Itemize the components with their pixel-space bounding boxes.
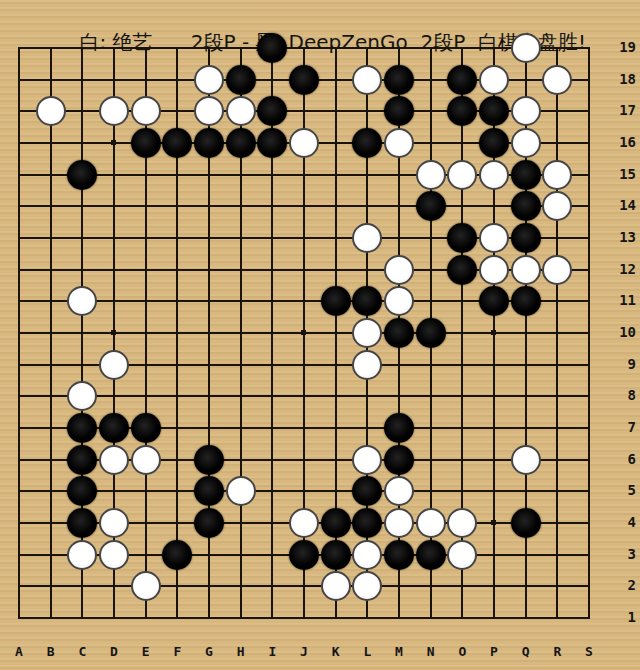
row-label-14: 14 bbox=[606, 197, 636, 213]
black-stone-P17 bbox=[479, 96, 509, 126]
black-stone-D7 bbox=[99, 413, 129, 443]
black-stone-G16 bbox=[194, 128, 224, 158]
white-stone-L18 bbox=[352, 65, 382, 95]
white-stone-L2 bbox=[352, 571, 382, 601]
row-label-2: 2 bbox=[606, 577, 636, 593]
column-label-E: E bbox=[135, 644, 157, 659]
black-stone-G5 bbox=[194, 476, 224, 506]
white-stone-J4 bbox=[289, 508, 319, 538]
row-label-11: 11 bbox=[606, 292, 636, 308]
black-stone-O18 bbox=[447, 65, 477, 95]
black-stone-H16 bbox=[226, 128, 256, 158]
row-label-9: 9 bbox=[606, 356, 636, 372]
white-stone-R12 bbox=[542, 255, 572, 285]
white-stone-K2 bbox=[321, 571, 351, 601]
white-stone-C8 bbox=[67, 381, 97, 411]
black-stone-C6 bbox=[67, 445, 97, 475]
row-label-19: 19 bbox=[606, 39, 636, 55]
black-stone-Q13 bbox=[511, 223, 541, 253]
white-stone-D17 bbox=[99, 96, 129, 126]
column-label-M: M bbox=[388, 644, 410, 659]
white-stone-G17 bbox=[194, 96, 224, 126]
black-stone-Q15 bbox=[511, 160, 541, 190]
black-stone-O13 bbox=[447, 223, 477, 253]
row-label-18: 18 bbox=[606, 71, 636, 87]
white-stone-Q6 bbox=[511, 445, 541, 475]
white-stone-H17 bbox=[226, 96, 256, 126]
black-stone-G4 bbox=[194, 508, 224, 538]
white-stone-R15 bbox=[542, 160, 572, 190]
white-stone-R14 bbox=[542, 191, 572, 221]
black-stone-N14 bbox=[416, 191, 446, 221]
column-label-F: F bbox=[166, 644, 188, 659]
white-stone-D9 bbox=[99, 350, 129, 380]
white-stone-Q17 bbox=[511, 96, 541, 126]
black-stone-J18 bbox=[289, 65, 319, 95]
black-stone-M3 bbox=[384, 540, 414, 570]
grid-line-horizontal-2 bbox=[18, 585, 590, 587]
grid-line-vertical-R bbox=[556, 47, 558, 619]
black-stone-F3 bbox=[162, 540, 192, 570]
column-label-J: J bbox=[293, 644, 315, 659]
column-label-O: O bbox=[451, 644, 473, 659]
star-point-P4 bbox=[491, 520, 496, 525]
white-stone-L9 bbox=[352, 350, 382, 380]
column-label-A: A bbox=[8, 644, 30, 659]
black-stone-C15 bbox=[67, 160, 97, 190]
white-stone-P13 bbox=[479, 223, 509, 253]
black-stone-N10 bbox=[416, 318, 446, 348]
black-stone-L16 bbox=[352, 128, 382, 158]
column-label-B: B bbox=[40, 644, 62, 659]
black-stone-G6 bbox=[194, 445, 224, 475]
white-stone-E17 bbox=[131, 96, 161, 126]
black-stone-M18 bbox=[384, 65, 414, 95]
black-stone-K4 bbox=[321, 508, 351, 538]
white-stone-N15 bbox=[416, 160, 446, 190]
white-stone-Q16 bbox=[511, 128, 541, 158]
grid-line-vertical-S bbox=[588, 47, 590, 619]
grid-line-horizontal-8 bbox=[18, 395, 590, 397]
grid-line-horizontal-1 bbox=[18, 617, 590, 619]
star-point-P10 bbox=[491, 330, 496, 335]
black-stone-H18 bbox=[226, 65, 256, 95]
row-label-1: 1 bbox=[606, 609, 636, 625]
white-stone-G18 bbox=[194, 65, 224, 95]
white-stone-M5 bbox=[384, 476, 414, 506]
black-stone-N3 bbox=[416, 540, 446, 570]
black-stone-F16 bbox=[162, 128, 192, 158]
column-label-D: D bbox=[103, 644, 125, 659]
row-label-3: 3 bbox=[606, 546, 636, 562]
black-stone-K3 bbox=[321, 540, 351, 570]
black-stone-Q14 bbox=[511, 191, 541, 221]
white-stone-Q19 bbox=[511, 33, 541, 63]
white-stone-L3 bbox=[352, 540, 382, 570]
row-label-13: 13 bbox=[606, 229, 636, 245]
black-stone-M17 bbox=[384, 96, 414, 126]
column-label-Q: Q bbox=[515, 644, 537, 659]
white-stone-N4 bbox=[416, 508, 446, 538]
black-stone-P16 bbox=[479, 128, 509, 158]
white-stone-J16 bbox=[289, 128, 319, 158]
black-stone-P11 bbox=[479, 286, 509, 316]
white-stone-M4 bbox=[384, 508, 414, 538]
white-stone-D6 bbox=[99, 445, 129, 475]
row-label-5: 5 bbox=[606, 482, 636, 498]
row-label-10: 10 bbox=[606, 324, 636, 340]
white-stone-B17 bbox=[36, 96, 66, 126]
row-label-12: 12 bbox=[606, 261, 636, 277]
black-stone-I17 bbox=[257, 96, 287, 126]
row-label-6: 6 bbox=[606, 451, 636, 467]
white-stone-E2 bbox=[131, 571, 161, 601]
white-stone-R18 bbox=[542, 65, 572, 95]
white-stone-L10 bbox=[352, 318, 382, 348]
black-stone-L5 bbox=[352, 476, 382, 506]
column-label-R: R bbox=[546, 644, 568, 659]
black-stone-M7 bbox=[384, 413, 414, 443]
column-label-C: C bbox=[71, 644, 93, 659]
black-stone-J3 bbox=[289, 540, 319, 570]
white-stone-D3 bbox=[99, 540, 129, 570]
black-stone-O17 bbox=[447, 96, 477, 126]
black-stone-O12 bbox=[447, 255, 477, 285]
white-stone-O4 bbox=[447, 508, 477, 538]
black-stone-C5 bbox=[67, 476, 97, 506]
black-stone-E7 bbox=[131, 413, 161, 443]
row-label-17: 17 bbox=[606, 102, 636, 118]
column-label-N: N bbox=[420, 644, 442, 659]
white-stone-H5 bbox=[226, 476, 256, 506]
white-stone-M16 bbox=[384, 128, 414, 158]
white-stone-L13 bbox=[352, 223, 382, 253]
star-point-D16 bbox=[111, 140, 116, 145]
column-label-P: P bbox=[483, 644, 505, 659]
row-label-16: 16 bbox=[606, 134, 636, 150]
black-stone-E16 bbox=[131, 128, 161, 158]
column-label-S: S bbox=[578, 644, 600, 659]
white-stone-M12 bbox=[384, 255, 414, 285]
white-stone-O15 bbox=[447, 160, 477, 190]
black-stone-Q4 bbox=[511, 508, 541, 538]
row-label-7: 7 bbox=[606, 419, 636, 435]
white-stone-D4 bbox=[99, 508, 129, 538]
game-info-text: 白: 绝艺 2段P - 黑: DeepZenGo 2段P 白棋中盘胜! bbox=[80, 30, 586, 54]
column-label-K: K bbox=[325, 644, 347, 659]
black-stone-M10 bbox=[384, 318, 414, 348]
white-stone-O3 bbox=[447, 540, 477, 570]
white-stone-C3 bbox=[67, 540, 97, 570]
row-label-15: 15 bbox=[606, 166, 636, 182]
black-stone-C4 bbox=[67, 508, 97, 538]
white-stone-L6 bbox=[352, 445, 382, 475]
black-stone-M6 bbox=[384, 445, 414, 475]
star-point-D10 bbox=[111, 330, 116, 335]
black-stone-L11 bbox=[352, 286, 382, 316]
black-stone-Q11 bbox=[511, 286, 541, 316]
black-stone-I16 bbox=[257, 128, 287, 158]
grid-line-horizontal-5 bbox=[18, 490, 590, 492]
white-stone-Q12 bbox=[511, 255, 541, 285]
white-stone-M11 bbox=[384, 286, 414, 316]
black-stone-L4 bbox=[352, 508, 382, 538]
white-stone-P15 bbox=[479, 160, 509, 190]
black-stone-C7 bbox=[67, 413, 97, 443]
row-label-4: 4 bbox=[606, 514, 636, 530]
go-game-screenshot: 白: 绝艺 2段P - 黑: DeepZenGo 2段P 白棋中盘胜! ABCD… bbox=[0, 0, 640, 670]
white-stone-E6 bbox=[131, 445, 161, 475]
game-info-header: 白: 绝艺 2段P - 黑: DeepZenGo 2段P 白棋中盘胜! bbox=[0, 6, 640, 78]
star-point-J10 bbox=[301, 330, 306, 335]
white-stone-P12 bbox=[479, 255, 509, 285]
white-stone-P18 bbox=[479, 65, 509, 95]
column-label-H: H bbox=[230, 644, 252, 659]
black-stone-K11 bbox=[321, 286, 351, 316]
white-stone-C11 bbox=[67, 286, 97, 316]
column-label-L: L bbox=[356, 644, 378, 659]
row-label-8: 8 bbox=[606, 387, 636, 403]
column-label-G: G bbox=[198, 644, 220, 659]
column-label-I: I bbox=[261, 644, 283, 659]
